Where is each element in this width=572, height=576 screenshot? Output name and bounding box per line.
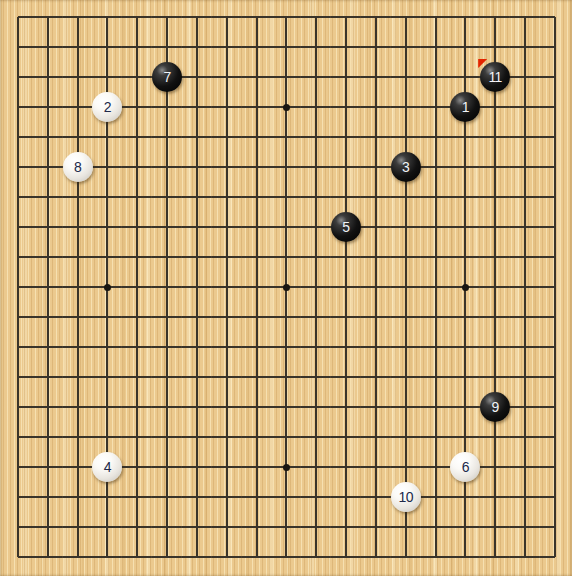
board-intersection[interactable] xyxy=(421,2,451,32)
board-intersection[interactable] xyxy=(421,512,451,542)
board-intersection[interactable] xyxy=(92,392,122,422)
board-intersection[interactable] xyxy=(3,422,33,452)
board-intersection[interactable] xyxy=(510,392,540,422)
board-intersection[interactable] xyxy=(122,542,152,572)
board-intersection[interactable] xyxy=(33,302,63,332)
board-intersection[interactable] xyxy=(212,212,242,242)
board-intersection[interactable] xyxy=(33,122,63,152)
board-intersection[interactable] xyxy=(480,452,510,482)
board-intersection[interactable] xyxy=(510,482,540,512)
board-intersection[interactable] xyxy=(421,62,451,92)
board-intersection[interactable] xyxy=(540,302,570,332)
board-intersection[interactable] xyxy=(122,302,152,332)
board-intersection[interactable] xyxy=(92,272,122,302)
board-intersection[interactable] xyxy=(331,92,361,122)
board-intersection[interactable] xyxy=(3,2,33,32)
board-intersection[interactable] xyxy=(63,482,93,512)
board-intersection[interactable] xyxy=(450,422,480,452)
board-intersection[interactable] xyxy=(540,242,570,272)
board-intersection[interactable] xyxy=(421,272,451,302)
board-intersection[interactable] xyxy=(242,92,272,122)
board-intersection[interactable] xyxy=(540,452,570,482)
board-intersection[interactable] xyxy=(271,32,301,62)
board-intersection[interactable] xyxy=(421,422,451,452)
board-intersection[interactable] xyxy=(92,182,122,212)
board-intersection[interactable] xyxy=(122,452,152,482)
board-intersection[interactable] xyxy=(122,212,152,242)
board-intersection[interactable]: 8 xyxy=(63,152,93,182)
board-intersection[interactable] xyxy=(242,182,272,212)
board-intersection[interactable] xyxy=(242,332,272,362)
board-intersection[interactable] xyxy=(540,62,570,92)
board-intersection[interactable] xyxy=(450,482,480,512)
board-intersection[interactable] xyxy=(480,122,510,152)
board-intersection[interactable] xyxy=(361,272,391,302)
board-intersection[interactable] xyxy=(152,452,182,482)
board-intersection[interactable] xyxy=(271,62,301,92)
board-intersection[interactable] xyxy=(182,272,212,302)
board-intersection[interactable] xyxy=(92,512,122,542)
board-intersection[interactable] xyxy=(391,542,421,572)
board-intersection[interactable]: 2 xyxy=(92,92,122,122)
board-intersection[interactable] xyxy=(242,392,272,422)
board-intersection[interactable] xyxy=(92,2,122,32)
board-intersection[interactable] xyxy=(122,92,152,122)
board-intersection[interactable] xyxy=(242,482,272,512)
board-intersection[interactable] xyxy=(212,482,242,512)
board-intersection[interactable] xyxy=(242,272,272,302)
board-intersection[interactable] xyxy=(3,512,33,542)
board-intersection[interactable] xyxy=(33,452,63,482)
board-intersection[interactable] xyxy=(540,332,570,362)
board-intersection[interactable] xyxy=(540,182,570,212)
board-intersection[interactable] xyxy=(63,302,93,332)
board-intersection[interactable] xyxy=(301,302,331,332)
board-intersection[interactable] xyxy=(301,182,331,212)
board-intersection[interactable] xyxy=(480,32,510,62)
board-intersection[interactable] xyxy=(3,542,33,572)
board-intersection[interactable] xyxy=(122,332,152,362)
board-intersection[interactable] xyxy=(3,392,33,422)
board-intersection[interactable] xyxy=(242,32,272,62)
board-intersection[interactable] xyxy=(361,302,391,332)
board-intersection[interactable] xyxy=(122,182,152,212)
board-intersection[interactable] xyxy=(301,512,331,542)
board-intersection[interactable] xyxy=(271,512,301,542)
board-intersection[interactable] xyxy=(301,542,331,572)
board-intersection[interactable] xyxy=(480,2,510,32)
board-intersection[interactable] xyxy=(212,152,242,182)
board-intersection[interactable] xyxy=(391,512,421,542)
board-intersection[interactable] xyxy=(182,392,212,422)
board-intersection[interactable] xyxy=(3,182,33,212)
board-intersection[interactable] xyxy=(540,512,570,542)
board-intersection[interactable] xyxy=(301,482,331,512)
board-intersection[interactable] xyxy=(361,122,391,152)
board-intersection[interactable] xyxy=(331,332,361,362)
board-intersection[interactable] xyxy=(33,152,63,182)
board-intersection[interactable] xyxy=(480,242,510,272)
board-intersection[interactable] xyxy=(182,2,212,32)
board-intersection[interactable] xyxy=(33,422,63,452)
board-intersection[interactable] xyxy=(450,182,480,212)
board-intersection[interactable] xyxy=(3,212,33,242)
board-intersection[interactable] xyxy=(361,482,391,512)
board-intersection[interactable] xyxy=(63,452,93,482)
board-intersection[interactable] xyxy=(212,512,242,542)
board-intersection[interactable] xyxy=(122,242,152,272)
board-intersection[interactable] xyxy=(450,302,480,332)
board-intersection[interactable] xyxy=(122,392,152,422)
board-intersection[interactable]: 4 xyxy=(92,452,122,482)
board-intersection[interactable] xyxy=(510,302,540,332)
board-intersection[interactable] xyxy=(361,542,391,572)
board-intersection[interactable] xyxy=(182,302,212,332)
board-intersection[interactable] xyxy=(242,302,272,332)
board-intersection[interactable] xyxy=(540,482,570,512)
board-intersection[interactable] xyxy=(271,212,301,242)
board-intersection[interactable] xyxy=(361,392,391,422)
board-intersection[interactable] xyxy=(540,212,570,242)
board-intersection[interactable] xyxy=(450,152,480,182)
board-intersection[interactable] xyxy=(271,302,301,332)
board-intersection[interactable] xyxy=(92,332,122,362)
board-intersection[interactable] xyxy=(391,62,421,92)
board-intersection[interactable] xyxy=(152,482,182,512)
board-intersection[interactable] xyxy=(63,62,93,92)
board-intersection[interactable] xyxy=(331,542,361,572)
board-intersection[interactable] xyxy=(361,92,391,122)
board-intersection[interactable] xyxy=(421,242,451,272)
board-intersection[interactable] xyxy=(480,272,510,302)
board-intersection[interactable] xyxy=(212,362,242,392)
board-intersection[interactable] xyxy=(182,152,212,182)
board-intersection[interactable] xyxy=(331,422,361,452)
board-intersection[interactable] xyxy=(212,452,242,482)
board-intersection[interactable] xyxy=(421,542,451,572)
board-intersection[interactable] xyxy=(182,482,212,512)
board-intersection[interactable] xyxy=(3,122,33,152)
board-intersection[interactable] xyxy=(331,62,361,92)
board-intersection[interactable] xyxy=(3,332,33,362)
board-intersection[interactable]: 5 xyxy=(331,212,361,242)
board-intersection[interactable] xyxy=(301,2,331,32)
board-intersection[interactable] xyxy=(182,92,212,122)
board-intersection[interactable] xyxy=(450,122,480,152)
board-intersection[interactable] xyxy=(33,542,63,572)
board-intersection[interactable] xyxy=(391,362,421,392)
board-intersection[interactable] xyxy=(301,392,331,422)
board-intersection[interactable] xyxy=(92,542,122,572)
board-intersection[interactable] xyxy=(301,212,331,242)
board-intersection[interactable] xyxy=(122,32,152,62)
board-intersection[interactable] xyxy=(182,122,212,152)
board-intersection[interactable] xyxy=(301,452,331,482)
board-intersection[interactable] xyxy=(152,92,182,122)
board-intersection[interactable] xyxy=(391,332,421,362)
board-intersection[interactable] xyxy=(331,302,361,332)
board-intersection[interactable] xyxy=(271,452,301,482)
board-intersection[interactable] xyxy=(212,182,242,212)
board-intersection[interactable] xyxy=(152,362,182,392)
board-intersection[interactable] xyxy=(540,272,570,302)
board-intersection[interactable] xyxy=(92,152,122,182)
board-intersection[interactable] xyxy=(331,482,361,512)
board-intersection[interactable] xyxy=(510,542,540,572)
board-intersection[interactable] xyxy=(540,2,570,32)
board-intersection[interactable] xyxy=(3,92,33,122)
board-intersection[interactable] xyxy=(92,302,122,332)
board-intersection[interactable] xyxy=(301,362,331,392)
board-intersection[interactable] xyxy=(242,542,272,572)
board-intersection[interactable] xyxy=(421,212,451,242)
board-intersection[interactable]: 1 xyxy=(450,92,480,122)
board-intersection[interactable] xyxy=(63,92,93,122)
board-intersection[interactable] xyxy=(182,242,212,272)
board-intersection[interactable] xyxy=(152,542,182,572)
board-intersection[interactable] xyxy=(540,422,570,452)
board-intersection[interactable] xyxy=(540,32,570,62)
board-intersection[interactable] xyxy=(33,392,63,422)
board-intersection[interactable] xyxy=(480,212,510,242)
board-intersection[interactable] xyxy=(63,422,93,452)
board-intersection[interactable] xyxy=(152,32,182,62)
board-intersection[interactable] xyxy=(421,32,451,62)
board-intersection[interactable]: 7 xyxy=(152,62,182,92)
board-intersection[interactable] xyxy=(92,32,122,62)
board-intersection[interactable] xyxy=(271,392,301,422)
board-intersection[interactable] xyxy=(361,182,391,212)
board-intersection[interactable] xyxy=(242,122,272,152)
board-intersection[interactable] xyxy=(480,482,510,512)
board-intersection[interactable] xyxy=(421,452,451,482)
board-intersection[interactable] xyxy=(391,422,421,452)
board-intersection[interactable] xyxy=(152,152,182,182)
board-intersection[interactable] xyxy=(540,362,570,392)
board-intersection[interactable] xyxy=(271,482,301,512)
board-intersection[interactable] xyxy=(391,32,421,62)
board-intersection[interactable] xyxy=(182,32,212,62)
board-intersection[interactable] xyxy=(152,2,182,32)
board-intersection[interactable] xyxy=(3,452,33,482)
board-intersection[interactable] xyxy=(510,452,540,482)
board-intersection[interactable] xyxy=(331,32,361,62)
board-intersection[interactable] xyxy=(480,302,510,332)
board-intersection[interactable] xyxy=(480,542,510,572)
board-intersection[interactable] xyxy=(212,242,242,272)
board-intersection[interactable] xyxy=(152,272,182,302)
board-intersection[interactable] xyxy=(63,332,93,362)
board-intersection[interactable] xyxy=(480,422,510,452)
board-intersection[interactable] xyxy=(510,272,540,302)
board-intersection[interactable] xyxy=(3,272,33,302)
board-intersection[interactable] xyxy=(182,362,212,392)
board-intersection[interactable] xyxy=(212,302,242,332)
board-intersection[interactable] xyxy=(122,422,152,452)
board-intersection[interactable] xyxy=(182,422,212,452)
board-intersection[interactable] xyxy=(510,152,540,182)
board-intersection[interactable] xyxy=(391,272,421,302)
board-intersection[interactable] xyxy=(450,362,480,392)
board-intersection[interactable] xyxy=(510,422,540,452)
board-intersection[interactable] xyxy=(271,2,301,32)
board-intersection[interactable] xyxy=(450,392,480,422)
board-intersection[interactable] xyxy=(212,32,242,62)
board-intersection[interactable] xyxy=(122,482,152,512)
board-intersection[interactable] xyxy=(450,512,480,542)
board-intersection[interactable] xyxy=(182,332,212,362)
board-intersection[interactable] xyxy=(182,512,212,542)
board-intersection[interactable] xyxy=(122,62,152,92)
board-intersection[interactable] xyxy=(421,302,451,332)
board-intersection[interactable] xyxy=(212,542,242,572)
board-intersection[interactable] xyxy=(3,32,33,62)
board-intersection[interactable] xyxy=(212,122,242,152)
board-intersection[interactable] xyxy=(242,152,272,182)
board-intersection[interactable] xyxy=(361,242,391,272)
board-intersection[interactable] xyxy=(361,362,391,392)
board-intersection[interactable] xyxy=(421,482,451,512)
board-intersection[interactable] xyxy=(92,482,122,512)
board-intersection[interactable] xyxy=(3,362,33,392)
board-intersection[interactable] xyxy=(63,362,93,392)
board-intersection[interactable] xyxy=(63,212,93,242)
board-intersection[interactable] xyxy=(3,302,33,332)
board-intersection[interactable] xyxy=(361,32,391,62)
board-intersection[interactable] xyxy=(510,92,540,122)
board-intersection[interactable] xyxy=(510,362,540,392)
board-intersection[interactable]: 3 xyxy=(391,152,421,182)
board-intersection[interactable] xyxy=(331,2,361,32)
board-intersection[interactable] xyxy=(540,122,570,152)
board-intersection[interactable] xyxy=(3,482,33,512)
board-intersection[interactable] xyxy=(301,62,331,92)
board-intersection[interactable] xyxy=(271,152,301,182)
board-intersection[interactable] xyxy=(301,32,331,62)
board-intersection[interactable] xyxy=(182,212,212,242)
board-intersection[interactable] xyxy=(242,242,272,272)
board-intersection[interactable] xyxy=(33,512,63,542)
board-intersection[interactable] xyxy=(182,62,212,92)
board-intersection[interactable] xyxy=(331,152,361,182)
board-intersection[interactable] xyxy=(510,512,540,542)
board-intersection[interactable] xyxy=(510,122,540,152)
board-intersection[interactable] xyxy=(480,152,510,182)
board-intersection[interactable] xyxy=(92,212,122,242)
board-intersection[interactable] xyxy=(212,392,242,422)
board-intersection[interactable] xyxy=(63,122,93,152)
board-intersection[interactable] xyxy=(421,122,451,152)
board-intersection[interactable] xyxy=(361,212,391,242)
board-intersection[interactable] xyxy=(510,332,540,362)
board-intersection[interactable] xyxy=(63,272,93,302)
board-intersection[interactable] xyxy=(540,152,570,182)
board-intersection[interactable] xyxy=(301,272,331,302)
board-intersection[interactable] xyxy=(391,2,421,32)
board-intersection[interactable] xyxy=(361,332,391,362)
board-intersection[interactable] xyxy=(3,242,33,272)
board-intersection[interactable] xyxy=(242,2,272,32)
board-intersection[interactable] xyxy=(421,182,451,212)
board-intersection[interactable] xyxy=(212,2,242,32)
board-intersection[interactable] xyxy=(480,512,510,542)
board-intersection[interactable] xyxy=(301,152,331,182)
board-intersection[interactable] xyxy=(510,242,540,272)
board-intersection[interactable] xyxy=(421,92,451,122)
board-intersection[interactable] xyxy=(361,62,391,92)
board-intersection[interactable] xyxy=(242,512,272,542)
board-intersection[interactable] xyxy=(152,422,182,452)
board-intersection[interactable] xyxy=(212,422,242,452)
board-intersection[interactable] xyxy=(152,392,182,422)
board-intersection[interactable] xyxy=(122,362,152,392)
board-intersection[interactable] xyxy=(242,212,272,242)
board-intersection[interactable] xyxy=(301,422,331,452)
board-intersection[interactable] xyxy=(450,32,480,62)
board-intersection[interactable] xyxy=(271,92,301,122)
board-intersection[interactable] xyxy=(480,182,510,212)
board-intersection[interactable] xyxy=(271,242,301,272)
board-intersection[interactable] xyxy=(182,452,212,482)
board-intersection[interactable] xyxy=(152,212,182,242)
board-intersection[interactable] xyxy=(152,122,182,152)
board-intersection[interactable] xyxy=(33,62,63,92)
board-intersection[interactable] xyxy=(391,452,421,482)
board-intersection[interactable] xyxy=(540,392,570,422)
board-intersection[interactable] xyxy=(152,302,182,332)
board-intersection[interactable] xyxy=(510,62,540,92)
board-intersection[interactable] xyxy=(33,2,63,32)
board-intersection[interactable] xyxy=(391,302,421,332)
board-intersection[interactable] xyxy=(33,362,63,392)
board-intersection[interactable] xyxy=(33,242,63,272)
board-intersection[interactable] xyxy=(63,542,93,572)
board-intersection[interactable]: 9 xyxy=(480,392,510,422)
board-intersection[interactable] xyxy=(271,362,301,392)
board-intersection[interactable] xyxy=(242,452,272,482)
board-intersection[interactable] xyxy=(450,62,480,92)
board-intersection[interactable] xyxy=(92,362,122,392)
board-intersection[interactable] xyxy=(361,152,391,182)
board-intersection[interactable] xyxy=(33,212,63,242)
board-intersection[interactable] xyxy=(63,242,93,272)
board-intersection[interactable] xyxy=(301,92,331,122)
board-intersection[interactable] xyxy=(301,332,331,362)
board-intersection[interactable] xyxy=(391,392,421,422)
board-intersection[interactable] xyxy=(421,332,451,362)
board-intersection[interactable] xyxy=(33,32,63,62)
board-intersection[interactable] xyxy=(271,422,301,452)
board-intersection[interactable] xyxy=(301,242,331,272)
board-intersection[interactable] xyxy=(271,182,301,212)
board-intersection[interactable] xyxy=(391,212,421,242)
board-intersection[interactable] xyxy=(510,182,540,212)
board-intersection[interactable] xyxy=(212,92,242,122)
board-intersection[interactable] xyxy=(450,332,480,362)
board-intersection[interactable] xyxy=(540,542,570,572)
board-intersection[interactable] xyxy=(63,182,93,212)
board-intersection[interactable] xyxy=(63,32,93,62)
board-intersection[interactable] xyxy=(242,362,272,392)
board-intersection[interactable] xyxy=(242,62,272,92)
board-intersection[interactable] xyxy=(122,512,152,542)
board-intersection[interactable] xyxy=(361,512,391,542)
board-intersection[interactable] xyxy=(212,332,242,362)
board-intersection[interactable] xyxy=(92,422,122,452)
board-intersection[interactable] xyxy=(33,182,63,212)
board-intersection[interactable] xyxy=(3,152,33,182)
board-intersection[interactable] xyxy=(510,2,540,32)
